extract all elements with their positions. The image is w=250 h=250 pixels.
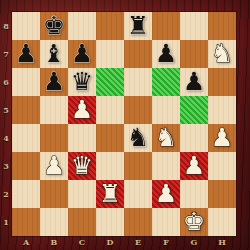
square-h4[interactable]: ♟ (208, 124, 236, 152)
square-c8[interactable] (68, 12, 96, 40)
square-g5[interactable] (180, 96, 208, 124)
piece-white-pawn[interactable]: ♟ (155, 180, 177, 208)
wood-frame: ♚♜♟♝♟♟♞♟♛♟♟♞♞♟♟♛♟♜♟♚ 87654321 ABCDEFGH (0, 0, 250, 250)
piece-white-pawn[interactable]: ♟ (183, 152, 205, 180)
square-c7[interactable]: ♟ (68, 40, 96, 68)
piece-black-queen[interactable]: ♛ (71, 68, 93, 96)
square-c4[interactable] (68, 124, 96, 152)
square-f5[interactable] (152, 96, 180, 124)
chess-board: ♚♜♟♝♟♟♞♟♛♟♟♞♞♟♟♛♟♜♟♚ (12, 12, 236, 236)
rank-label-2: 2 (0, 180, 12, 208)
square-c5[interactable]: ♟ (68, 96, 96, 124)
square-a7[interactable]: ♟ (12, 40, 40, 68)
rank-label-4: 4 (0, 124, 12, 152)
piece-white-rook[interactable]: ♜ (99, 180, 121, 208)
square-d1[interactable] (96, 208, 124, 236)
square-a6[interactable] (12, 68, 40, 96)
rank-label-3: 3 (0, 152, 12, 180)
piece-black-pawn[interactable]: ♟ (155, 40, 177, 68)
piece-black-rook[interactable]: ♜ (127, 12, 149, 40)
piece-black-knight[interactable]: ♞ (127, 124, 149, 152)
square-f7[interactable]: ♟ (152, 40, 180, 68)
square-b3[interactable]: ♟ (40, 152, 68, 180)
square-a3[interactable] (12, 152, 40, 180)
square-e2[interactable] (124, 180, 152, 208)
file-labels: ABCDEFGH (12, 236, 236, 249)
square-h7[interactable]: ♞ (208, 40, 236, 68)
square-g6[interactable]: ♟ (180, 68, 208, 96)
square-e8[interactable]: ♜ (124, 12, 152, 40)
piece-white-pawn[interactable]: ♟ (71, 96, 93, 124)
square-d3[interactable] (96, 152, 124, 180)
square-g4[interactable] (180, 124, 208, 152)
square-f3[interactable] (152, 152, 180, 180)
square-f2[interactable]: ♟ (152, 180, 180, 208)
square-h3[interactable] (208, 152, 236, 180)
rank-label-5: 5 (0, 96, 12, 124)
file-label-h: H (208, 236, 236, 249)
file-label-c: C (68, 236, 96, 249)
square-h2[interactable] (208, 180, 236, 208)
square-a8[interactable] (12, 12, 40, 40)
piece-black-pawn[interactable]: ♟ (183, 68, 205, 96)
square-a4[interactable] (12, 124, 40, 152)
square-a1[interactable] (12, 208, 40, 236)
piece-black-pawn[interactable]: ♟ (71, 40, 93, 68)
square-f1[interactable] (152, 208, 180, 236)
rank-label-1: 1 (0, 208, 12, 236)
square-a2[interactable] (12, 180, 40, 208)
piece-white-pawn[interactable]: ♟ (211, 124, 233, 152)
square-e6[interactable] (124, 68, 152, 96)
square-d6[interactable] (96, 68, 124, 96)
square-g8[interactable] (180, 12, 208, 40)
rank-labels: 87654321 (0, 12, 12, 236)
square-c6[interactable]: ♛ (68, 68, 96, 96)
piece-black-king[interactable]: ♚ (43, 12, 65, 40)
piece-white-king[interactable]: ♚ (183, 208, 205, 236)
rank-label-7: 7 (0, 40, 12, 68)
square-h1[interactable] (208, 208, 236, 236)
square-d5[interactable] (96, 96, 124, 124)
piece-black-bishop[interactable]: ♝ (43, 40, 65, 68)
file-label-f: F (152, 236, 180, 249)
square-e1[interactable] (124, 208, 152, 236)
square-c2[interactable] (68, 180, 96, 208)
file-label-e: E (124, 236, 152, 249)
square-c1[interactable] (68, 208, 96, 236)
square-b5[interactable] (40, 96, 68, 124)
piece-white-knight[interactable]: ♞ (211, 40, 233, 68)
square-f4[interactable]: ♞ (152, 124, 180, 152)
square-f8[interactable] (152, 12, 180, 40)
piece-white-pawn[interactable]: ♟ (43, 152, 65, 180)
square-e5[interactable] (124, 96, 152, 124)
square-b1[interactable] (40, 208, 68, 236)
square-e7[interactable] (124, 40, 152, 68)
square-g7[interactable] (180, 40, 208, 68)
piece-black-pawn[interactable]: ♟ (15, 40, 37, 68)
rank-label-8: 8 (0, 12, 12, 40)
square-g3[interactable]: ♟ (180, 152, 208, 180)
square-b8[interactable]: ♚ (40, 12, 68, 40)
square-g2[interactable] (180, 180, 208, 208)
piece-white-queen[interactable]: ♛ (71, 152, 93, 180)
square-d7[interactable] (96, 40, 124, 68)
square-b6[interactable]: ♟ (40, 68, 68, 96)
square-d4[interactable] (96, 124, 124, 152)
square-e4[interactable]: ♞ (124, 124, 152, 152)
file-label-g: G (180, 236, 208, 249)
square-b7[interactable]: ♝ (40, 40, 68, 68)
square-b4[interactable] (40, 124, 68, 152)
rank-label-6: 6 (0, 68, 12, 96)
square-a5[interactable] (12, 96, 40, 124)
square-d2[interactable]: ♜ (96, 180, 124, 208)
square-b2[interactable] (40, 180, 68, 208)
square-g1[interactable]: ♚ (180, 208, 208, 236)
file-label-a: A (12, 236, 40, 249)
file-label-d: D (96, 236, 124, 249)
square-h5[interactable] (208, 96, 236, 124)
piece-black-pawn[interactable]: ♟ (43, 68, 65, 96)
file-label-b: B (40, 236, 68, 249)
square-f6[interactable] (152, 68, 180, 96)
square-e3[interactable] (124, 152, 152, 180)
square-d8[interactable] (96, 12, 124, 40)
square-h6[interactable] (208, 68, 236, 96)
piece-white-knight[interactable]: ♞ (155, 124, 177, 152)
square-h8[interactable] (208, 12, 236, 40)
square-c3[interactable]: ♛ (68, 152, 96, 180)
